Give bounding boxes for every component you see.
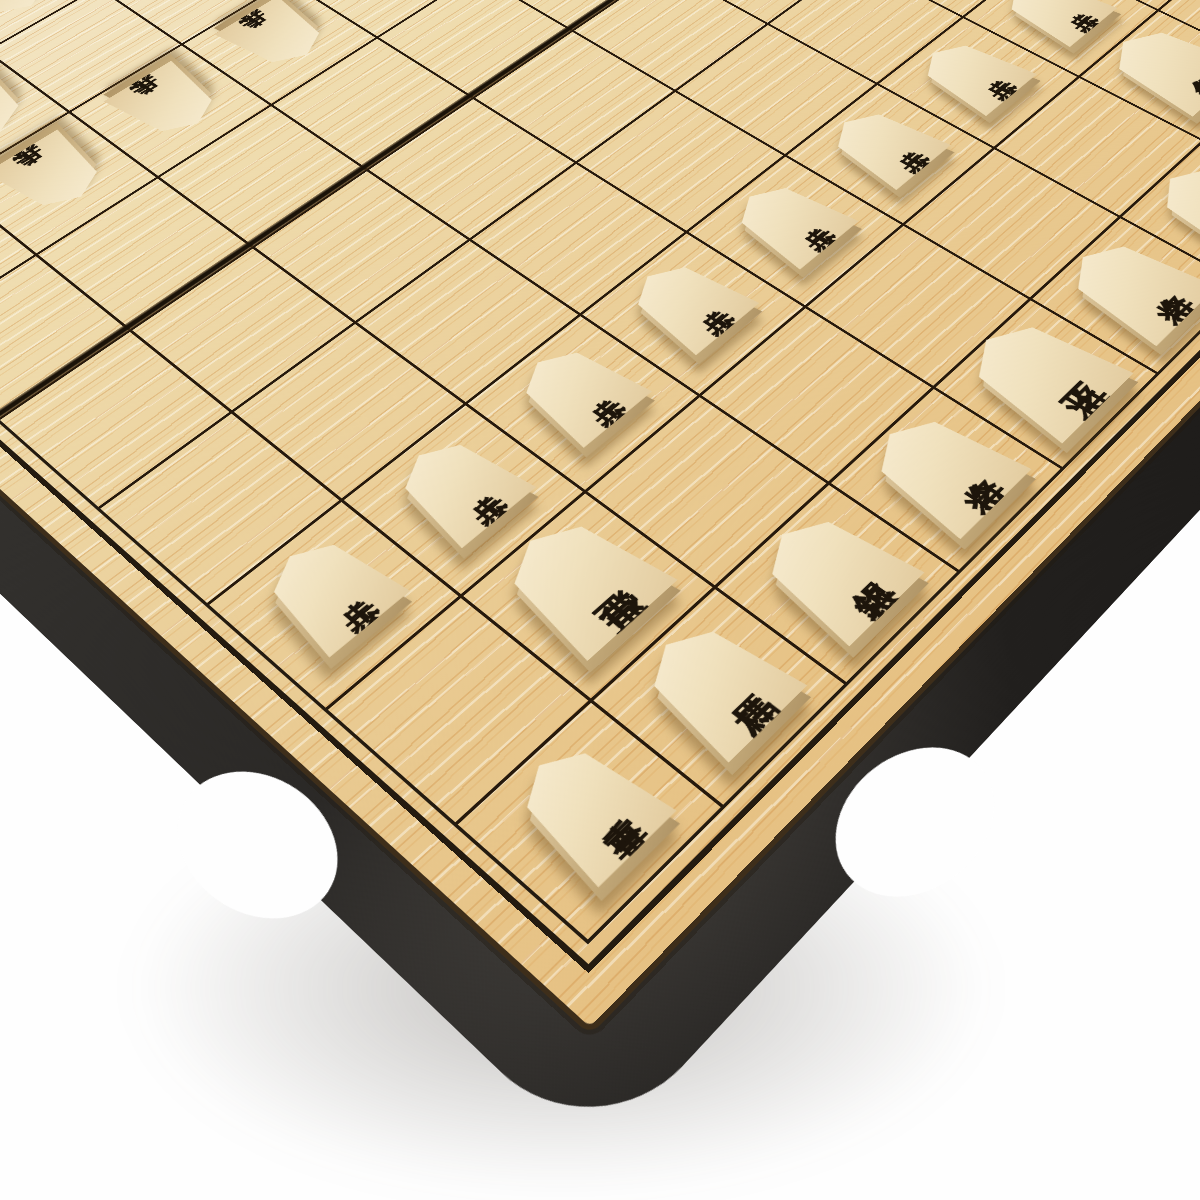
piece-body: 歩兵 [907, 33, 1037, 116]
piece-body: 金将 [1052, 229, 1200, 346]
piece-body: 歩兵 [104, 61, 232, 145]
piece-face: 歩兵 [907, 33, 1037, 116]
pieces-layer: 香車桂馬銀将金将玉将金将銀将桂馬香車角行飛車歩兵歩兵歩兵歩兵歩兵歩兵歩兵歩兵歩兵… [0, 0, 1200, 1027]
piece-body: 銀将 [0, 0, 68, 27]
piece-body: 金将 [853, 402, 1031, 540]
piece-kanji: 歩兵 [778, 212, 799, 229]
piece-3i-silver[interactable]: 銀将 [744, 500, 925, 646]
piece-face: 歩兵 [318, 0, 438, 9]
piece-face: 歩兵 [381, 427, 536, 548]
piece-body: 銀将 [1142, 154, 1200, 260]
piece-face: 金将 [853, 402, 1031, 540]
scene: 香車桂馬銀将金将玉将金将銀将桂馬香車角行飛車歩兵歩兵歩兵歩兵歩兵歩兵歩兵歩兵歩兵… [0, 0, 1200, 1200]
piece-face: 角行 [1094, 18, 1200, 117]
piece-body: 歩兵 [991, 0, 1117, 47]
piece-face: 歩兵 [817, 101, 951, 190]
piece-body: 銀将 [744, 500, 925, 646]
piece-thickness-edge [317, 0, 437, 3]
piece-3g-pawn[interactable]: 歩兵 [503, 336, 652, 448]
piece-kanji: 歩兵 [265, 28, 287, 42]
piece-2i-knight[interactable]: 桂馬 [626, 609, 808, 763]
piece-body: 歩兵 [0, 130, 117, 220]
piece-kanji: 歩兵 [874, 137, 894, 153]
piece-kanji: 歩兵 [963, 66, 982, 81]
piece-face: 歩兵 [615, 252, 759, 355]
piece-body: 歩兵 [615, 252, 759, 355]
piece-kanji: 銀将 [820, 558, 848, 585]
piece-2c-pawn[interactable]: 歩兵 [0, 130, 117, 220]
piece-kanji: 歩兵 [565, 381, 590, 401]
piece-kanji: 角行 [1161, 57, 1183, 75]
piece-face: 飛車 [484, 503, 677, 661]
piece-body: 桂馬 [626, 609, 808, 763]
piece-4g-pawn[interactable]: 歩兵 [615, 252, 759, 355]
piece-7i-silver[interactable]: 銀将 [1142, 154, 1200, 260]
piece-8g-pawn[interactable]: 歩兵 [991, 0, 1117, 47]
piece-face: 歩兵 [249, 525, 410, 657]
piece-face: 歩兵 [0, 130, 117, 220]
shogi-board: 香車桂馬銀将金将玉将金将銀将桂馬香車角行飛車歩兵歩兵歩兵歩兵歩兵歩兵歩兵歩兵歩兵… [0, 0, 1200, 1027]
piece-6g-pawn[interactable]: 歩兵 [817, 101, 951, 190]
piece-body: 歩兵 [318, 0, 438, 9]
piece-body: 歩兵 [817, 101, 951, 190]
piece-2g-pawn[interactable]: 歩兵 [381, 427, 536, 548]
piece-kanji: 金将 [1123, 275, 1146, 296]
piece-kanji: 金将 [929, 456, 956, 481]
piece-2h-rook[interactable]: 飛車 [484, 503, 677, 661]
piece-kanji: 王将 [1028, 361, 1055, 386]
piece-7g-pawn[interactable]: 歩兵 [907, 33, 1037, 116]
piece-3a-silver[interactable]: 銀将 [0, 0, 68, 27]
piece-face: 歩兵 [215, 0, 339, 75]
piece-body: 角行 [1094, 18, 1200, 117]
piece-3c-pawn[interactable]: 歩兵 [104, 61, 232, 145]
piece-kanji: 歩兵 [156, 94, 180, 109]
piece-4i-gold[interactable]: 金将 [853, 402, 1031, 540]
piece-8h-bishop[interactable]: 角行 [1094, 18, 1200, 117]
piece-1g-pawn[interactable]: 歩兵 [249, 525, 410, 657]
piece-body: 歩兵 [249, 525, 410, 657]
piece-4c-pawn[interactable]: 歩兵 [215, 0, 339, 75]
piece-face: 銀将 [744, 500, 925, 646]
perspective-container: 香車桂馬銀将金将玉将金将銀将桂馬香車角行飛車歩兵歩兵歩兵歩兵歩兵歩兵歩兵歩兵歩兵… [0, 0, 1200, 1200]
piece-face: 歩兵 [503, 336, 652, 448]
piece-kanji: 香車 [573, 793, 602, 820]
piece-kanji: 歩兵 [315, 578, 344, 601]
piece-face: 桂馬 [626, 609, 808, 763]
piece-kanji: 歩兵 [676, 293, 699, 311]
piece-body: 歩兵 [503, 336, 652, 448]
piece-body: 飛車 [484, 503, 677, 661]
piece-face: 銀将 [0, 0, 68, 27]
piece-kanji: 歩兵 [1046, 1, 1063, 15]
piece-6i-gold[interactable]: 金将 [1052, 229, 1200, 346]
piece-5c-pawn[interactable]: 歩兵 [318, 0, 438, 9]
piece-kanji: 歩兵 [38, 166, 64, 182]
piece-body: 歩兵 [381, 427, 536, 548]
piece-face: 歩兵 [104, 61, 232, 145]
piece-kanji: 飛車 [564, 565, 597, 594]
piece-body: 歩兵 [215, 0, 339, 75]
piece-kanji: 桂馬 [702, 670, 731, 697]
piece-kanji: 歩兵 [445, 475, 471, 496]
piece-face: 銀将 [1142, 154, 1200, 260]
